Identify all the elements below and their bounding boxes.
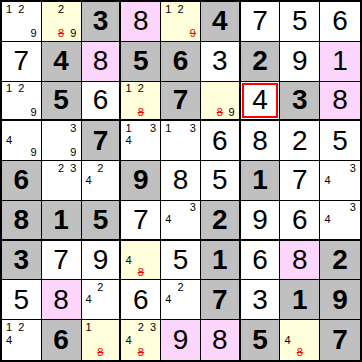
candidate-3: 3 <box>187 122 199 134</box>
candidate-slot-empty <box>135 94 147 106</box>
cell-r5c6[interactable]: 5 <box>201 161 241 201</box>
cell-r4c6[interactable]: 6 <box>201 121 241 161</box>
candidate-slot-empty <box>15 28 27 40</box>
candidate-slot-empty <box>174 135 186 147</box>
cell-r7c7[interactable]: 6 <box>241 241 281 281</box>
candidate-slot-empty <box>281 321 293 334</box>
cell-r2c8[interactable]: 9 <box>280 42 320 82</box>
cell-r1c7[interactable]: 7 <box>241 2 281 42</box>
candidate-2: 2 <box>174 281 186 293</box>
eliminated-candidate-9: 9 <box>187 28 199 40</box>
cell-value: 6 <box>212 127 228 155</box>
eliminated-candidate-8: 8 <box>135 106 147 118</box>
cell-r3c3[interactable]: 6 <box>82 82 122 122</box>
candidate-4: 4 <box>122 135 134 147</box>
cell-r2c5[interactable]: 6 <box>161 42 201 82</box>
cell-value: 7 <box>14 47 30 75</box>
candidate-slot-empty <box>135 147 147 159</box>
cell-r2c3[interactable]: 8 <box>82 42 122 82</box>
cell-r3c6[interactable]: 89 <box>201 82 241 122</box>
candidate-slot-empty <box>294 334 306 347</box>
candidate-slot-empty <box>43 187 55 199</box>
cell-r7c2[interactable]: 7 <box>42 241 82 281</box>
candidate-slot-empty <box>187 135 199 147</box>
candidate-slot-empty <box>147 242 159 254</box>
candidate-slot-empty <box>294 321 306 334</box>
candidate-slot-empty <box>187 214 199 226</box>
cell-r9c1[interactable]: 124 <box>2 320 42 360</box>
candidate-grid: 124 <box>3 321 40 359</box>
candidate-9: 9 <box>28 147 40 159</box>
cell-value: 5 <box>133 47 149 75</box>
candidate-4: 4 <box>162 294 174 306</box>
cell-r3c4[interactable]: 128 <box>121 82 161 122</box>
cell-r7c1[interactable]: 3 <box>2 241 42 281</box>
cell-r1c9[interactable]: 6 <box>320 2 360 42</box>
cell-r2c9[interactable]: 1 <box>320 42 360 82</box>
candidate-9: 9 <box>67 28 79 40</box>
candidate-slot-empty <box>187 226 199 238</box>
candidate-slot-empty <box>15 122 27 134</box>
candidate-grid: 49 <box>3 122 40 159</box>
candidate-slot-empty <box>147 254 159 266</box>
candidate-3: 3 <box>147 122 159 134</box>
candidate-2: 2 <box>94 281 106 293</box>
cell-value: 4 <box>53 47 69 75</box>
candidate-2: 2 <box>15 321 27 334</box>
candidate-slot-empty <box>15 346 27 359</box>
candidate-slot-empty <box>135 135 147 147</box>
candidate-slot-empty <box>55 122 67 134</box>
cell-r9c5[interactable]: 9 <box>161 320 201 360</box>
cell-r1c1[interactable]: 129 <box>2 2 42 42</box>
cell-value: 6 <box>252 246 268 274</box>
candidate-4: 4 <box>162 214 174 226</box>
cell-r4c3[interactable]: 7 <box>82 121 122 161</box>
cell-r5c5[interactable]: 8 <box>161 161 201 201</box>
cell-value: 1 <box>53 206 69 234</box>
candidate-slot-empty <box>174 202 186 214</box>
cell-r5c2[interactable]: 23 <box>42 161 82 201</box>
candidate-slot-empty <box>122 266 134 278</box>
cell-value: 7 <box>292 166 308 194</box>
candidate-1: 1 <box>162 122 174 134</box>
cell-r1c4[interactable]: 8 <box>121 2 161 42</box>
cell-r4c9[interactable]: 5 <box>320 121 360 161</box>
candidate-slot-empty <box>122 94 134 106</box>
cell-value: 9 <box>252 206 268 234</box>
cell-r5c1[interactable]: 6 <box>2 161 42 201</box>
candidate-slot-empty <box>83 334 95 347</box>
candidate-slot-empty <box>94 306 106 318</box>
candidate-slot-empty <box>321 202 334 214</box>
candidate-slot-empty <box>135 122 147 134</box>
candidate-slot-empty <box>321 162 334 174</box>
candidate-slot-empty <box>334 226 347 238</box>
candidate-slot-empty <box>226 94 238 106</box>
candidate-slot-empty <box>55 15 67 27</box>
candidate-slot-empty <box>83 346 95 359</box>
candidate-2: 2 <box>15 83 27 95</box>
cell-r9c9[interactable]: 7 <box>320 320 360 360</box>
cell-value: 6 <box>93 86 109 114</box>
candidate-slot-empty <box>106 321 118 334</box>
cell-value: 1 <box>332 47 348 75</box>
candidate-slot-empty <box>187 15 199 27</box>
eliminated-candidate-8: 8 <box>94 346 106 359</box>
candidate-slot-empty <box>83 281 95 293</box>
cell-value: 6 <box>332 7 348 35</box>
cell-value: 3 <box>14 246 30 274</box>
candidate-slot-empty <box>83 162 95 174</box>
eliminated-candidate-8: 8 <box>294 346 306 359</box>
candidate-2: 2 <box>15 3 27 15</box>
candidate-slot-empty <box>135 334 147 347</box>
candidate-3: 3 <box>346 162 359 174</box>
cell-r8c3[interactable]: 24 <box>82 280 122 320</box>
candidate-grid: 24 <box>162 281 199 318</box>
candidate-slot-empty <box>3 106 15 118</box>
cell-r6c6[interactable]: 2 <box>201 201 241 241</box>
cell-r4c2[interactable]: 39 <box>42 121 82 161</box>
cell-value: 9 <box>332 286 348 314</box>
candidate-grid: 129 <box>3 83 40 119</box>
cell-r1c2[interactable]: 289 <box>42 2 82 42</box>
candidate-slot-empty <box>106 174 118 186</box>
candidate-slot-empty <box>55 135 67 147</box>
candidate-slot-empty <box>67 187 79 199</box>
cell-r1c5[interactable]: 129 <box>161 2 201 42</box>
cell-r2c2[interactable]: 4 <box>42 42 82 82</box>
candidate-4: 4 <box>122 254 134 266</box>
candidate-slot-empty <box>306 346 318 359</box>
candidate-1: 1 <box>3 83 15 95</box>
candidate-slot-empty <box>55 147 67 159</box>
cell-r7c5[interactable]: 5 <box>161 241 201 281</box>
cell-r8c2[interactable]: 8 <box>42 280 82 320</box>
candidate-grid: 289 <box>43 3 80 40</box>
candidate-slot-empty <box>174 147 186 159</box>
candidate-slot-empty <box>147 266 159 278</box>
candidate-slot-empty <box>147 106 159 118</box>
candidate-slot-empty <box>3 122 15 134</box>
candidate-slot-empty <box>334 202 347 214</box>
cell-value: 8 <box>173 166 189 194</box>
candidate-slot-empty <box>174 294 186 306</box>
cell-r4c1[interactable]: 49 <box>2 121 42 161</box>
candidate-grid: 128 <box>122 83 159 119</box>
cell-value: 9 <box>292 47 308 75</box>
cell-r7c8[interactable]: 8 <box>280 241 320 281</box>
cell-r8c7[interactable]: 3 <box>241 280 281 320</box>
candidate-slot-empty <box>162 135 174 147</box>
candidate-slot-empty <box>162 15 174 27</box>
cell-value: 7 <box>53 246 69 274</box>
cell-r1c8[interactable]: 5 <box>280 2 320 42</box>
candidate-grid: 129 <box>162 3 199 40</box>
candidate-slot-empty <box>334 174 347 186</box>
cell-value: 8 <box>212 326 228 354</box>
cell-value: 3 <box>212 47 228 75</box>
candidate-slot-empty <box>321 187 334 199</box>
cell-r6c1[interactable]: 8 <box>2 201 42 241</box>
cell-value: 6 <box>14 166 30 194</box>
candidate-slot-empty <box>55 187 67 199</box>
candidate-4: 4 <box>281 334 293 347</box>
cell-r5c9[interactable]: 34 <box>320 161 360 201</box>
cell-r5c4[interactable]: 9 <box>121 161 161 201</box>
cell-r3c9[interactable]: 8 <box>320 82 360 122</box>
candidate-grid: 134 <box>122 122 159 159</box>
eliminated-candidate-8: 8 <box>55 28 67 40</box>
cell-value: 7 <box>212 286 228 314</box>
candidate-2: 2 <box>174 3 186 15</box>
candidate-slot-empty <box>3 94 15 106</box>
cell-value: 7 <box>93 127 109 155</box>
candidate-1: 1 <box>122 122 134 134</box>
candidate-slot-empty <box>162 202 174 214</box>
cell-r3c7[interactable]: 4 <box>241 82 281 122</box>
candidate-grid: 48 <box>122 242 159 279</box>
cell-r4c8[interactable]: 2 <box>280 121 320 161</box>
candidate-slot-empty <box>334 214 347 226</box>
candidate-slot-empty <box>83 306 95 318</box>
cell-value: 8 <box>252 127 268 155</box>
candidate-slot-empty <box>55 174 67 186</box>
cell-r6c9[interactable]: 34 <box>320 201 360 241</box>
cell-r7c4[interactable]: 48 <box>121 241 161 281</box>
candidate-slot-empty <box>122 147 134 159</box>
candidate-2: 2 <box>94 162 106 174</box>
cell-r8c4[interactable]: 6 <box>121 280 161 320</box>
candidate-slot-empty <box>3 147 15 159</box>
cell-r8c9[interactable]: 9 <box>320 280 360 320</box>
candidate-slot-empty <box>15 135 27 147</box>
candidate-slot-empty <box>67 174 79 186</box>
candidate-slot-empty <box>214 94 226 106</box>
candidate-slot-empty <box>3 15 15 27</box>
candidate-slot-empty <box>94 334 106 347</box>
candidate-slot-empty <box>43 28 55 40</box>
cell-r9c7[interactable]: 5 <box>241 320 281 360</box>
cell-r1c3[interactable]: 3 <box>82 2 122 42</box>
cell-r9c6[interactable]: 8 <box>201 320 241 360</box>
cell-value: 1 <box>252 166 268 194</box>
cell-r3c8[interactable]: 3 <box>280 82 320 122</box>
candidate-grid: 24 <box>83 281 119 318</box>
cell-value: 5 <box>93 206 109 234</box>
eliminated-candidate-8: 8 <box>214 106 226 118</box>
candidate-slot-empty <box>162 147 174 159</box>
candidate-slot-empty <box>334 162 347 174</box>
candidate-slot-empty <box>187 147 199 159</box>
cell-r8c5[interactable]: 24 <box>161 280 201 320</box>
candidate-slot-empty <box>306 334 318 347</box>
cell-r1c6[interactable]: 4 <box>201 2 241 42</box>
cell-r8c1[interactable]: 5 <box>2 280 42 320</box>
cell-r2c1[interactable]: 7 <box>2 42 42 82</box>
candidate-slot-empty <box>3 346 15 359</box>
candidate-1: 1 <box>3 321 15 334</box>
candidate-4: 4 <box>321 174 334 186</box>
candidate-slot-empty <box>94 294 106 306</box>
cell-r4c5[interactable]: 13 <box>161 121 201 161</box>
candidate-slot-empty <box>306 321 318 334</box>
candidate-slot-empty <box>174 122 186 134</box>
candidate-slot-empty <box>67 3 79 15</box>
candidate-4: 4 <box>83 294 95 306</box>
candidate-slot-empty <box>28 135 40 147</box>
candidate-2: 2 <box>135 83 147 95</box>
cell-value: 1 <box>292 286 308 314</box>
cell-value: 5 <box>212 166 228 194</box>
candidate-slot-empty <box>28 122 40 134</box>
candidate-slot-empty <box>202 94 214 106</box>
candidate-slot-empty <box>174 28 186 40</box>
candidate-9: 9 <box>226 106 238 118</box>
cell-value: 5 <box>332 127 348 155</box>
cell-value: 6 <box>53 326 69 354</box>
candidate-4: 4 <box>3 334 15 347</box>
candidate-2: 2 <box>135 321 147 334</box>
cell-r2c6[interactable]: 3 <box>201 42 241 82</box>
candidate-slot-empty <box>83 187 95 199</box>
cell-value: 7 <box>252 7 268 35</box>
cell-r8c6[interactable]: 7 <box>201 280 241 320</box>
cell-r8c8[interactable]: 1 <box>280 280 320 320</box>
cell-r6c3[interactable]: 5 <box>82 201 122 241</box>
candidate-slot-empty <box>106 281 118 293</box>
cell-r7c3[interactable]: 9 <box>82 241 122 281</box>
candidate-slot-empty <box>94 174 106 186</box>
cell-r6c7[interactable]: 9 <box>241 201 281 241</box>
candidate-grid: 34 <box>162 202 199 238</box>
candidate-4: 4 <box>3 135 15 147</box>
cell-value: 5 <box>173 246 189 274</box>
candidate-1: 1 <box>162 3 174 15</box>
candidate-3: 3 <box>67 162 79 174</box>
cell-value: 4 <box>252 86 268 114</box>
candidate-grid: 2348 <box>122 321 159 359</box>
candidate-slot-empty <box>135 254 147 266</box>
candidate-slot-empty <box>28 321 40 334</box>
candidate-slot-empty <box>147 346 159 359</box>
candidate-slot-empty <box>122 321 134 334</box>
candidate-slot-empty <box>43 122 55 134</box>
candidate-slot-empty <box>106 187 118 199</box>
candidate-slot-empty <box>321 226 334 238</box>
cell-r5c8[interactable]: 7 <box>280 161 320 201</box>
candidate-slot-empty <box>346 214 359 226</box>
cell-value: 2 <box>212 206 228 234</box>
cell-value: 3 <box>93 7 109 35</box>
candidate-slot-empty <box>147 135 159 147</box>
cell-r4c4[interactable]: 134 <box>121 121 161 161</box>
cell-r2c7[interactable]: 2 <box>241 42 281 82</box>
cell-value: 2 <box>332 246 348 274</box>
candidate-slot-empty <box>135 242 147 254</box>
eliminated-candidate-8: 8 <box>135 346 147 359</box>
cell-r9c2[interactable]: 6 <box>42 320 82 360</box>
candidate-slot-empty <box>187 3 199 15</box>
cell-r2c4[interactable]: 5 <box>121 42 161 82</box>
cell-r3c5[interactable]: 7 <box>161 82 201 122</box>
candidate-slot-empty <box>147 94 159 106</box>
candidate-slot-empty <box>106 346 118 359</box>
candidate-slot-empty <box>106 294 118 306</box>
candidate-grid: 24 <box>83 162 119 199</box>
candidate-1: 1 <box>122 83 134 95</box>
candidate-slot-empty <box>28 15 40 27</box>
candidate-slot-empty <box>43 3 55 15</box>
cell-r7c9[interactable]: 2 <box>320 241 360 281</box>
candidate-slot-empty <box>174 226 186 238</box>
candidate-4: 4 <box>321 214 334 226</box>
cell-r5c3[interactable]: 24 <box>82 161 122 201</box>
cell-value: 5 <box>292 7 308 35</box>
cell-value: 5 <box>53 86 69 114</box>
cell-r9c3[interactable]: 18 <box>82 320 122 360</box>
candidate-slot-empty <box>122 346 134 359</box>
candidate-2: 2 <box>55 162 67 174</box>
cell-value: 8 <box>53 286 69 314</box>
cell-r4c7[interactable]: 8 <box>241 121 281 161</box>
candidate-slot-empty <box>202 106 214 118</box>
cell-value: 7 <box>173 86 189 114</box>
candidate-slot-empty <box>15 147 27 159</box>
candidate-slot-empty <box>174 214 186 226</box>
cell-r6c2[interactable]: 1 <box>42 201 82 241</box>
cell-value: 5 <box>252 326 268 354</box>
cell-value: 6 <box>292 206 308 234</box>
cell-r3c2[interactable]: 5 <box>42 82 82 122</box>
candidate-slot-empty <box>43 174 55 186</box>
candidate-slot-empty <box>15 94 27 106</box>
candidate-slot-empty <box>43 15 55 27</box>
cell-r9c8[interactable]: 48 <box>280 320 320 360</box>
candidate-slot-empty <box>122 106 134 118</box>
candidate-slot-empty <box>226 83 238 95</box>
candidate-slot-empty <box>67 15 79 27</box>
candidate-slot-empty <box>67 135 79 147</box>
cell-value: 3 <box>252 286 268 314</box>
candidate-slot-empty <box>15 106 27 118</box>
cell-value: 3 <box>292 86 308 114</box>
candidate-1: 1 <box>83 321 95 334</box>
cell-r6c4[interactable]: 7 <box>121 201 161 241</box>
cell-r3c1[interactable]: 129 <box>2 82 42 122</box>
cell-r6c5[interactable]: 34 <box>161 201 201 241</box>
candidate-9: 9 <box>67 147 79 159</box>
cell-r9c4[interactable]: 2348 <box>121 320 161 360</box>
candidate-slot-empty <box>28 346 40 359</box>
cell-value: 9 <box>133 166 149 194</box>
candidate-grid: 18 <box>83 321 119 359</box>
candidate-1: 1 <box>3 3 15 15</box>
cell-r7c6[interactable]: 1 <box>201 241 241 281</box>
cell-r6c8[interactable]: 6 <box>280 201 320 241</box>
candidate-slot-empty <box>187 281 199 293</box>
cell-r5c7[interactable]: 1 <box>241 161 281 201</box>
candidate-slot-empty <box>174 306 186 318</box>
candidate-slot-empty <box>147 83 159 95</box>
cell-value: 5 <box>14 286 30 314</box>
candidate-slot-empty <box>28 334 40 347</box>
candidate-grid: 34 <box>321 202 359 238</box>
candidate-slot-empty <box>106 334 118 347</box>
cell-value: 2 <box>252 47 268 75</box>
cell-value: 6 <box>173 47 189 75</box>
